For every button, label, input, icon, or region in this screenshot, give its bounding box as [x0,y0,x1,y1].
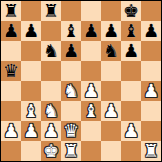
square-g1[interactable] [121,141,141,161]
white-king: ♚ [43,141,59,161]
white-rook: ♜ [143,141,159,161]
black-pawn: ♟ [143,21,159,41]
square-b6[interactable] [21,41,41,61]
square-b3[interactable]: ♝ [21,101,41,121]
square-c3[interactable]: ♞ [41,101,61,121]
square-g3[interactable] [121,101,141,121]
black-pawn: ♟ [3,21,19,41]
black-rook: ♜ [3,1,19,21]
white-bishop: ♝ [83,101,99,121]
square-d4[interactable]: ♞ [61,81,81,101]
white-pawn: ♟ [3,121,19,141]
square-h1[interactable]: ♜ [141,141,161,161]
square-b1[interactable] [21,141,41,161]
square-b8[interactable] [21,1,41,21]
square-b2[interactable]: ♟ [21,121,41,141]
square-a3[interactable] [1,101,21,121]
square-a6[interactable] [1,41,21,61]
square-a1[interactable] [1,141,21,161]
square-c8[interactable]: ♜ [41,1,61,21]
black-rook: ♜ [43,1,59,21]
square-f3[interactable]: ♟ [101,101,121,121]
white-pawn: ♟ [23,121,39,141]
white-queen: ♛ [63,121,79,141]
square-g7[interactable]: ♝ [121,21,141,41]
black-pawn: ♟ [123,41,139,61]
square-f7[interactable]: ♟ [101,21,121,41]
black-pawn: ♟ [103,21,119,41]
square-b7[interactable]: ♟ [21,21,41,41]
square-d1[interactable]: ♜ [61,141,81,161]
square-h6[interactable] [141,41,161,61]
square-d8[interactable] [61,1,81,21]
square-g5[interactable] [121,61,141,81]
square-d5[interactable] [61,61,81,81]
square-b4[interactable] [21,81,41,101]
black-pawn: ♟ [83,21,99,41]
square-d2[interactable]: ♛ [61,121,81,141]
square-a4[interactable] [1,81,21,101]
square-e6[interactable] [81,41,101,61]
square-d6[interactable]: ♟ [61,41,81,61]
square-e7[interactable]: ♟ [81,21,101,41]
white-knight: ♞ [43,101,59,121]
square-g2[interactable]: ♟ [121,121,141,141]
square-e1[interactable] [81,141,101,161]
square-d7[interactable]: ♝ [61,21,81,41]
black-queen: ♛ [3,61,19,81]
white-pawn: ♟ [143,81,159,101]
white-knight: ♞ [63,81,79,101]
square-g8[interactable]: ♚ [121,1,141,21]
white-pawn: ♟ [43,121,59,141]
square-e2[interactable] [81,121,101,141]
square-c6[interactable]: ♞ [41,41,61,61]
square-f2[interactable] [101,121,121,141]
white-pawn: ♟ [123,121,139,141]
square-f4[interactable] [101,81,121,101]
square-a2[interactable]: ♟ [1,121,21,141]
white-pawn: ♟ [83,81,99,101]
black-king: ♚ [123,1,139,21]
square-a8[interactable]: ♜ [1,1,21,21]
square-h3[interactable] [141,101,161,121]
square-c1[interactable]: ♚ [41,141,61,161]
black-pawn: ♟ [23,21,39,41]
square-e8[interactable] [81,1,101,21]
black-pawn: ♟ [63,41,79,61]
square-h7[interactable]: ♟ [141,21,161,41]
square-c2[interactable]: ♟ [41,121,61,141]
square-f5[interactable] [101,61,121,81]
square-f1[interactable] [101,141,121,161]
black-bishop: ♝ [63,21,79,41]
square-a7[interactable]: ♟ [1,21,21,41]
square-f8[interactable] [101,1,121,21]
square-e5[interactable] [81,61,101,81]
square-d3[interactable] [61,101,81,121]
square-h5[interactable] [141,61,161,81]
square-h4[interactable]: ♟ [141,81,161,101]
square-a5[interactable]: ♛ [1,61,21,81]
square-c5[interactable] [41,61,61,81]
square-h8[interactable] [141,1,161,21]
square-f6[interactable]: ♞ [101,41,121,61]
square-e4[interactable]: ♟ [81,81,101,101]
square-c7[interactable] [41,21,61,41]
square-c4[interactable] [41,81,61,101]
black-knight: ♞ [103,41,119,61]
square-h2[interactable] [141,121,161,141]
black-bishop: ♝ [123,21,139,41]
white-bishop: ♝ [23,101,39,121]
square-g6[interactable]: ♟ [121,41,141,61]
chess-board: ♜♜♚♟♟♝♟♟♝♟♞♟♞♟♛♞♟♟♝♞♝♟♟♟♟♛♟♚♜♜ [0,0,162,162]
square-b5[interactable] [21,61,41,81]
square-g4[interactable] [121,81,141,101]
white-pawn: ♟ [103,101,119,121]
square-e3[interactable]: ♝ [81,101,101,121]
black-knight: ♞ [43,41,59,61]
white-rook: ♜ [63,141,79,161]
